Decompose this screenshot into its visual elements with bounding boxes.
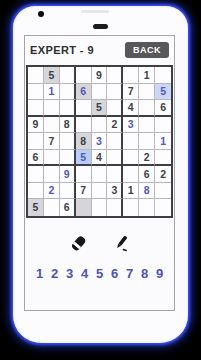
cell-r9c3[interactable]: 6 xyxy=(60,199,76,216)
cell-r7c1[interactable] xyxy=(28,166,44,183)
cell-r3c3[interactable] xyxy=(60,100,76,117)
cell-r8c7[interactable]: 1 xyxy=(123,183,139,200)
cell-r5c5[interactable]: 3 xyxy=(92,133,108,150)
numpad-6[interactable]: 6 xyxy=(108,266,121,281)
cell-r8c1[interactable] xyxy=(28,183,44,200)
cell-r5c7[interactable] xyxy=(123,133,139,150)
cell-r4c2[interactable] xyxy=(44,117,60,134)
cell-r6c2[interactable] xyxy=(44,150,60,167)
tool-row xyxy=(25,233,174,253)
cell-r3c4[interactable] xyxy=(76,100,92,117)
cell-r7c7[interactable] xyxy=(123,166,139,183)
numpad-5[interactable]: 5 xyxy=(93,266,106,281)
cell-r8c5[interactable] xyxy=(92,183,108,200)
cell-r9c4[interactable] xyxy=(76,199,92,216)
cell-r7c5[interactable] xyxy=(92,166,108,183)
cell-r6c8[interactable]: 2 xyxy=(139,150,155,167)
cell-r2c4[interactable]: 6 xyxy=(76,84,92,101)
app-screen: EXPERT - 9 BACK 591167554698237831654296… xyxy=(24,35,175,311)
cell-r4c6[interactable]: 2 xyxy=(107,117,123,134)
cell-r1c3[interactable] xyxy=(60,67,76,84)
cell-r1c7[interactable] xyxy=(123,67,139,84)
cell-r2c6[interactable] xyxy=(107,84,123,101)
cell-r8c2[interactable]: 2 xyxy=(44,183,60,200)
sudoku-board[interactable]: 59116755469823783165429622731856 xyxy=(26,65,173,218)
cell-r2c7[interactable]: 7 xyxy=(123,84,139,101)
cell-r9c6[interactable] xyxy=(107,199,123,216)
cell-r7c4[interactable] xyxy=(76,166,92,183)
front-camera-icon xyxy=(38,11,44,17)
cell-r2c3[interactable] xyxy=(60,84,76,101)
back-button[interactable]: BACK xyxy=(125,42,169,58)
cell-r7c8[interactable]: 6 xyxy=(139,166,155,183)
cell-r3c2[interactable] xyxy=(44,100,60,117)
cell-r6c1[interactable]: 6 xyxy=(28,150,44,167)
cell-r4c8[interactable] xyxy=(139,117,155,134)
cell-r1c5[interactable]: 9 xyxy=(92,67,108,84)
cell-r9c9[interactable] xyxy=(155,199,171,216)
earpiece-speaker-icon xyxy=(93,24,108,29)
cell-r6c4[interactable]: 5 xyxy=(76,150,92,167)
numpad-1[interactable]: 1 xyxy=(33,266,46,281)
cell-r8c6[interactable]: 3 xyxy=(107,183,123,200)
cell-r2c2[interactable]: 1 xyxy=(44,84,60,101)
cell-r9c7[interactable] xyxy=(123,199,139,216)
cell-r2c5[interactable] xyxy=(92,84,108,101)
cell-r7c3[interactable]: 9 xyxy=(60,166,76,183)
cell-r6c5[interactable]: 4 xyxy=(92,150,108,167)
numpad-7[interactable]: 7 xyxy=(123,266,136,281)
page-title: EXPERT - 9 xyxy=(30,44,94,56)
cell-r9c1[interactable]: 5 xyxy=(28,199,44,216)
cell-r4c9[interactable] xyxy=(155,117,171,134)
cell-r1c6[interactable] xyxy=(107,67,123,84)
cell-r5c2[interactable]: 7 xyxy=(44,133,60,150)
cell-r5c6[interactable] xyxy=(107,133,123,150)
pencil-icon[interactable] xyxy=(111,233,131,253)
cell-r1c9[interactable] xyxy=(155,67,171,84)
cell-r3c7[interactable]: 4 xyxy=(123,100,139,117)
cell-r4c5[interactable] xyxy=(92,117,108,134)
cell-r4c1[interactable]: 9 xyxy=(28,117,44,134)
cell-r3c8[interactable] xyxy=(139,100,155,117)
cell-r6c7[interactable] xyxy=(123,150,139,167)
cell-r9c2[interactable] xyxy=(44,199,60,216)
cell-r9c8[interactable] xyxy=(139,199,155,216)
cell-r1c1[interactable] xyxy=(28,67,44,84)
cell-r3c9[interactable]: 6 xyxy=(155,100,171,117)
eraser-icon[interactable] xyxy=(69,233,89,253)
cell-r1c8[interactable]: 1 xyxy=(139,67,155,84)
cell-r5c1[interactable] xyxy=(28,133,44,150)
cell-r4c4[interactable] xyxy=(76,117,92,134)
app-header: EXPERT - 9 BACK xyxy=(25,36,174,64)
numpad-8[interactable]: 8 xyxy=(138,266,151,281)
cell-r2c9[interactable]: 5 xyxy=(155,84,171,101)
cell-r8c4[interactable]: 7 xyxy=(76,183,92,200)
cell-r2c1[interactable] xyxy=(28,84,44,101)
cell-r3c6[interactable] xyxy=(107,100,123,117)
cell-r8c9[interactable] xyxy=(155,183,171,200)
cell-r8c3[interactable] xyxy=(60,183,76,200)
cell-r2c8[interactable] xyxy=(139,84,155,101)
numpad-3[interactable]: 3 xyxy=(63,266,76,281)
number-pad: 123456789 xyxy=(25,266,174,281)
cell-r4c3[interactable]: 8 xyxy=(60,117,76,134)
cell-r3c5[interactable]: 5 xyxy=(92,100,108,117)
cell-r1c4[interactable] xyxy=(76,67,92,84)
cell-r8c8[interactable]: 8 xyxy=(139,183,155,200)
numpad-9[interactable]: 9 xyxy=(153,266,166,281)
cell-r6c3[interactable] xyxy=(60,150,76,167)
numpad-2[interactable]: 2 xyxy=(48,266,61,281)
numpad-4[interactable]: 4 xyxy=(78,266,91,281)
cell-r5c3[interactable] xyxy=(60,133,76,150)
cell-r5c8[interactable] xyxy=(139,133,155,150)
cell-r7c2[interactable] xyxy=(44,166,60,183)
cell-r5c9[interactable]: 1 xyxy=(155,133,171,150)
cell-r1c2[interactable]: 5 xyxy=(44,67,60,84)
cell-r9c5[interactable] xyxy=(92,199,108,216)
top-notch-slit xyxy=(81,10,109,13)
cell-r6c6[interactable] xyxy=(107,150,123,167)
cell-r6c9[interactable] xyxy=(155,150,171,167)
cell-r3c1[interactable] xyxy=(28,100,44,117)
phone-mockup: EXPERT - 9 BACK 591167554698237831654296… xyxy=(13,6,188,343)
cell-r7c6[interactable] xyxy=(107,166,123,183)
cell-r4c7[interactable]: 3 xyxy=(123,117,139,134)
cell-r5c4[interactable]: 8 xyxy=(76,133,92,150)
cell-r7c9[interactable]: 2 xyxy=(155,166,171,183)
